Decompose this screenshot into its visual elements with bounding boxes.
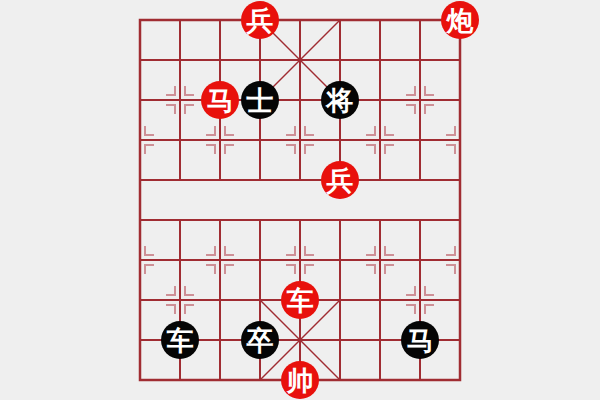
piece-black-advisor[interactable]: 士 bbox=[241, 81, 279, 119]
piece-red-chariot[interactable]: 车 bbox=[281, 281, 319, 319]
piece-red-general[interactable]: 帅 bbox=[281, 361, 319, 399]
piece-red-cannon[interactable]: 炮 bbox=[441, 1, 479, 39]
xiangqi-screenshot: 兵炮马士将兵车车卒马帅 bbox=[0, 0, 600, 400]
pieces-layer: 兵炮马士将兵车车卒马帅 bbox=[120, 0, 480, 400]
piece-black-soldier[interactable]: 卒 bbox=[241, 321, 279, 359]
piece-black-general[interactable]: 将 bbox=[321, 81, 359, 119]
piece-black-horse[interactable]: 马 bbox=[401, 321, 439, 359]
piece-red-soldier[interactable]: 兵 bbox=[321, 161, 359, 199]
piece-red-horse[interactable]: 马 bbox=[201, 81, 239, 119]
piece-red-soldier[interactable]: 兵 bbox=[241, 1, 279, 39]
piece-black-chariot[interactable]: 车 bbox=[161, 321, 199, 359]
